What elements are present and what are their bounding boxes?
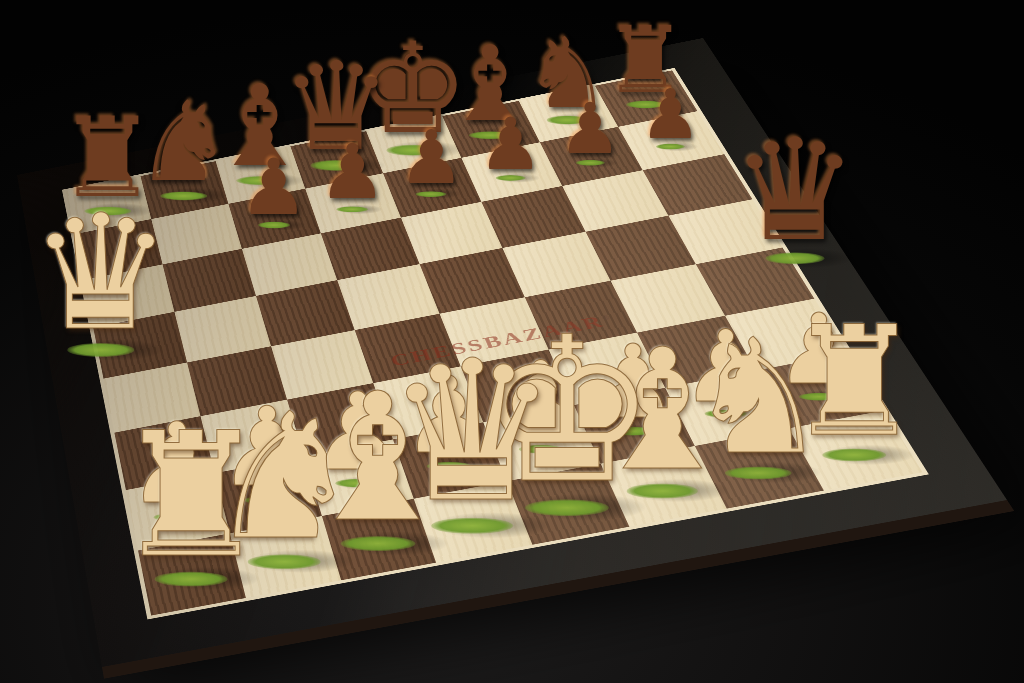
chess-set-product-photo: CHESSBAZAAR® ♜♞♝♛♚♝♞♜♟♟♟♟♟♟♟♟♟♟♟♟♟♟♜♞♝♛♚…	[0, 0, 1024, 683]
chess-board: CHESSBAZAAR®	[17, 38, 1007, 667]
